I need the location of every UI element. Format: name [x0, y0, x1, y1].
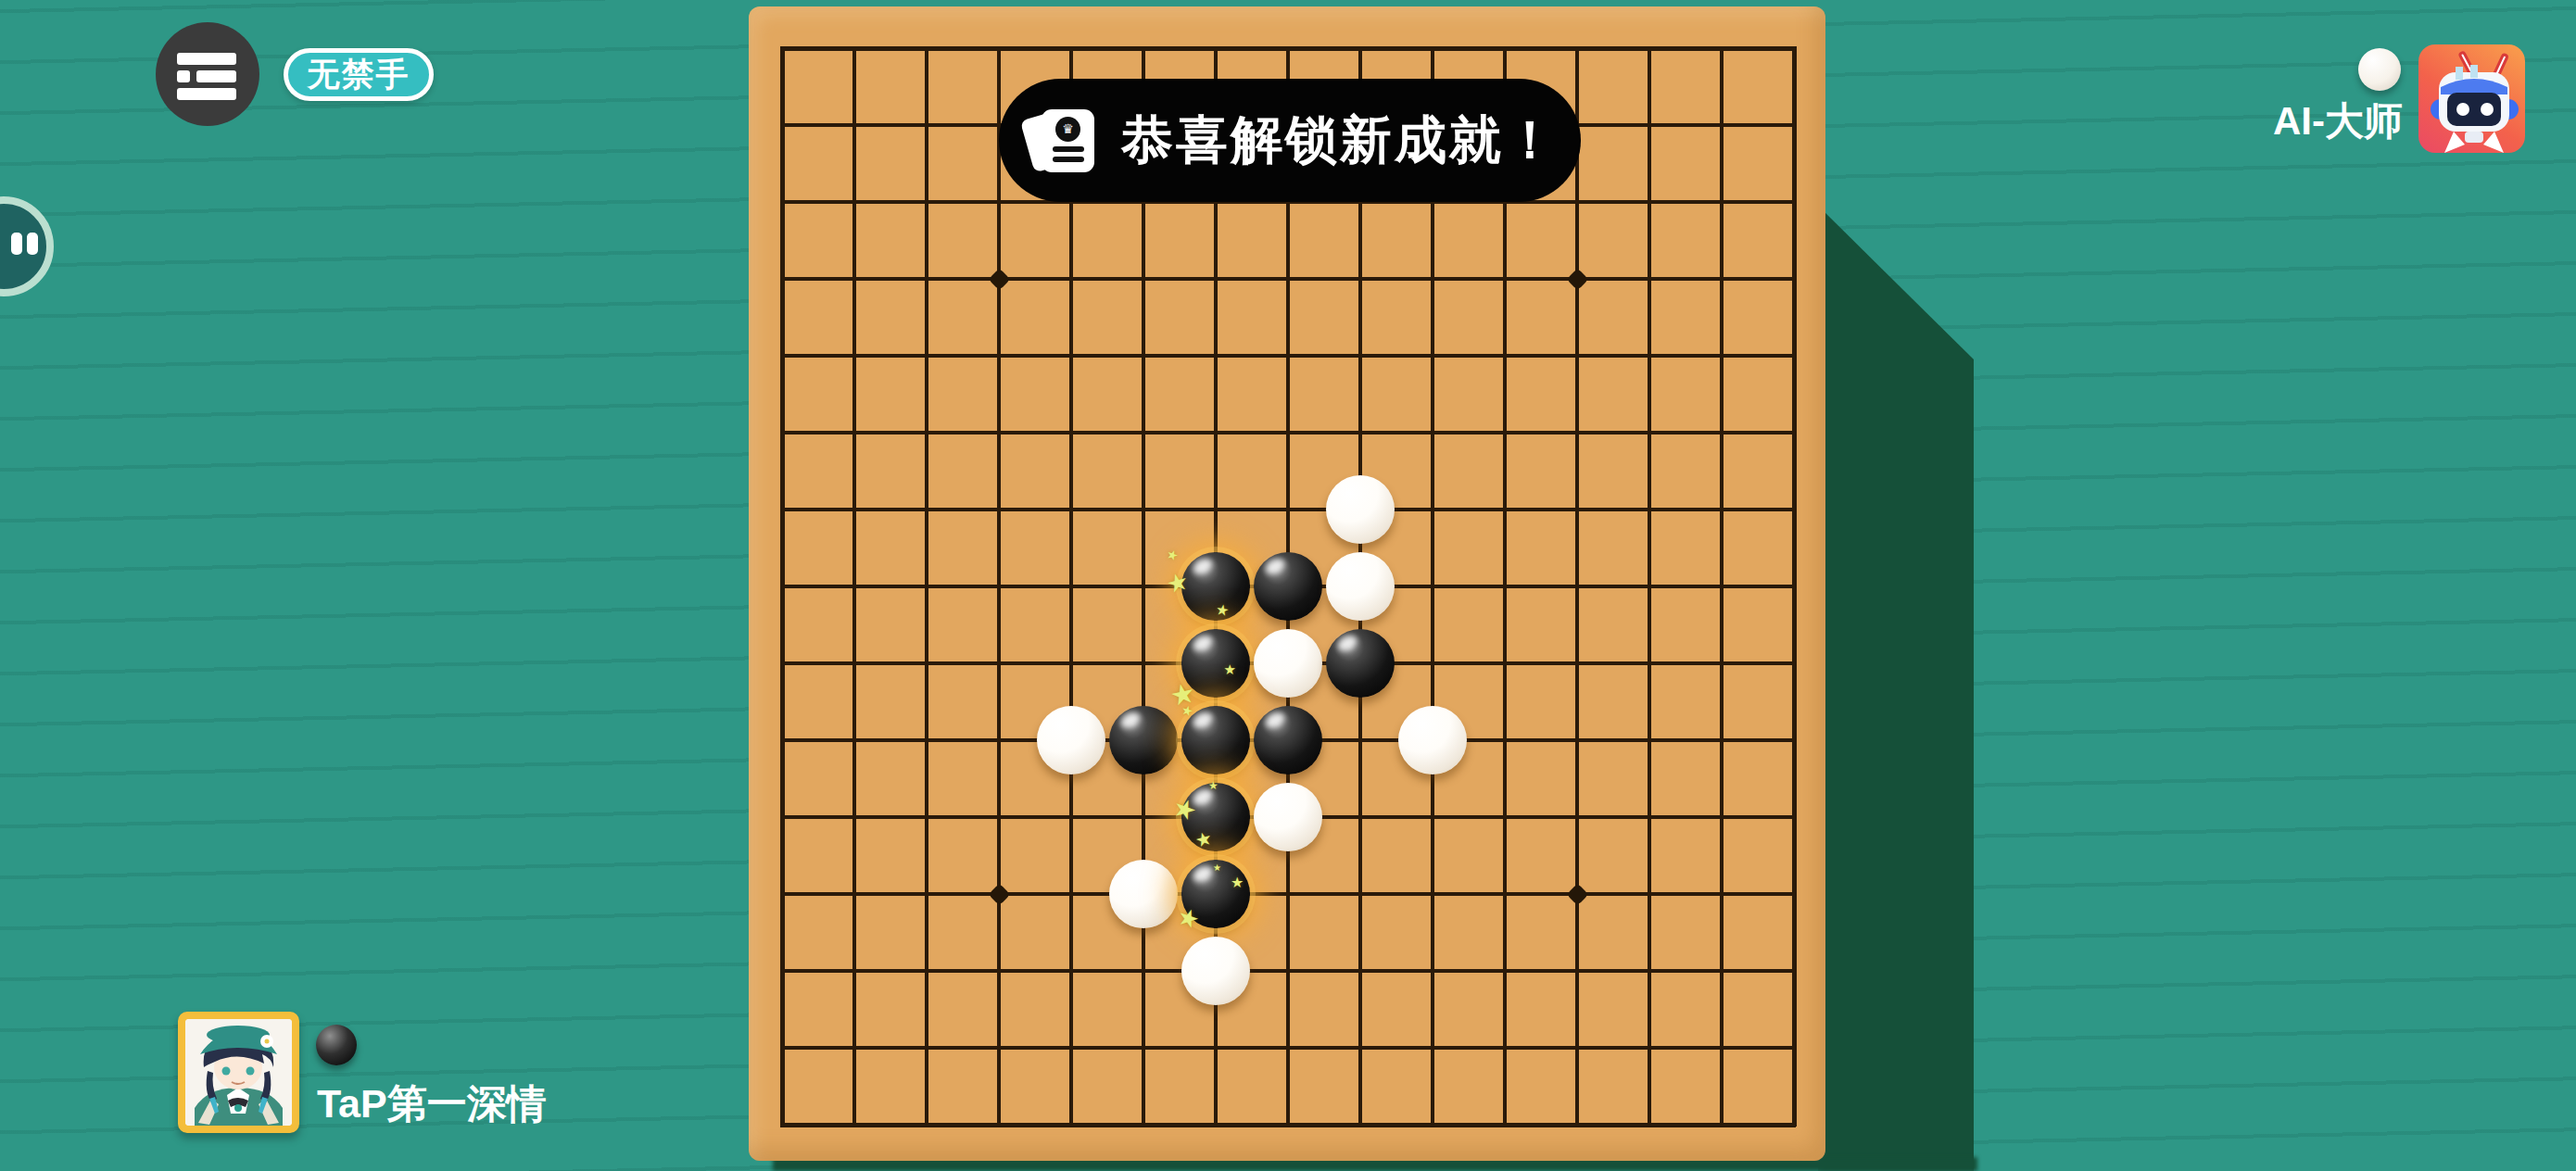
white-stone — [1181, 937, 1250, 1005]
star-point — [1566, 883, 1588, 905]
grid-line — [780, 892, 1796, 896]
grid-line — [780, 1046, 1796, 1050]
menu-button[interactable] — [156, 22, 259, 126]
player-avatar — [178, 1012, 299, 1133]
game-screen: ★★★★★★★★★★★★ 无禁手 ♛ 恭喜解锁新成就！ AI-大师 — [0, 0, 2576, 1171]
pause-side-button[interactable] — [0, 196, 54, 296]
black-stone — [1326, 629, 1395, 698]
black-stone — [1109, 706, 1178, 774]
board-cast-shadow — [1818, 206, 1981, 1171]
grid-line — [780, 1123, 1796, 1127]
sparkle-star-icon: ★ — [1215, 602, 1231, 619]
sparkle-star-icon: ★ — [1180, 703, 1194, 719]
achievement-toast: ♛ 恭喜解锁新成就！ — [999, 79, 1581, 202]
grid-line — [1720, 46, 1724, 1127]
sparkle-star-icon: ★ — [1165, 547, 1181, 562]
star-point — [988, 883, 1010, 905]
winning-black-stone: ★ — [1181, 706, 1250, 774]
white-stone — [1254, 783, 1322, 851]
human-player-name: TaP第一深情 — [317, 1077, 547, 1131]
sparkle-star-icon: ★ — [1224, 662, 1236, 676]
sparkle-star-icon: ★ — [1231, 875, 1244, 890]
grid-line — [1575, 46, 1579, 1127]
rule-badge-label: 无禁手 — [308, 53, 410, 96]
white-stone — [1398, 706, 1467, 774]
star-point — [1566, 268, 1588, 290]
achievement-certificate-icon: ♛ — [1030, 106, 1095, 176]
rule-badge: 无禁手 — [284, 48, 434, 101]
sparkle-star-icon: ★ — [1169, 794, 1200, 826]
white-stone-indicator — [2358, 48, 2401, 91]
achievement-toast-text: 恭喜解锁新成就！ — [1121, 106, 1559, 176]
black-stone — [1254, 552, 1322, 621]
white-stone — [1326, 552, 1395, 621]
grid-line — [1648, 46, 1651, 1127]
anime-character-avatar — [185, 1019, 292, 1126]
star-point — [988, 268, 1010, 290]
winning-black-stone: ★★ — [1181, 629, 1250, 698]
winning-black-stone: ★★★ — [1181, 783, 1250, 851]
grid-line — [1792, 46, 1797, 1127]
pause-icon — [11, 233, 22, 255]
grid-line — [780, 969, 1796, 973]
white-stone — [1037, 706, 1105, 774]
robot-avatar — [2418, 44, 2525, 153]
sparkle-star-icon: ★ — [1168, 679, 1198, 711]
medal-crown-icon: ♛ — [1055, 117, 1080, 142]
white-stone — [1326, 475, 1395, 544]
grid-line — [1503, 46, 1507, 1127]
black-stone-indicator — [316, 1025, 357, 1065]
hamburger-menu-icon — [177, 53, 236, 65]
sparkle-star-icon: ★ — [1164, 568, 1191, 597]
winning-black-stone: ★★★ — [1181, 860, 1250, 928]
black-stone — [1254, 706, 1322, 774]
ai-player-name: AI-大师 — [2190, 95, 2403, 147]
white-stone — [1254, 629, 1322, 698]
sparkle-star-icon: ★ — [1175, 903, 1203, 933]
sparkle-star-icon: ★ — [1213, 863, 1221, 873]
white-stone — [1109, 860, 1178, 928]
grid-line — [1431, 46, 1434, 1127]
sparkle-star-icon: ★ — [1193, 828, 1215, 850]
winning-black-stone: ★★★ — [1181, 552, 1250, 621]
